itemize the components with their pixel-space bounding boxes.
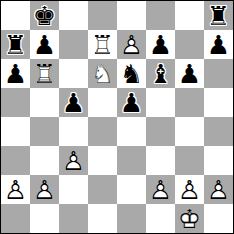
square-f2[interactable]: ♟♙ [146, 175, 175, 204]
square-e3[interactable] [117, 146, 146, 175]
piece-white-pawn: ♙ [146, 175, 175, 204]
square-a6[interactable]: ♟ [1, 59, 30, 88]
square-f7[interactable]: ♟ [146, 30, 175, 59]
piece-black-pawn: ♟ [59, 88, 88, 117]
square-g5[interactable] [175, 88, 204, 117]
piece-white-pawn: ♙ [59, 146, 88, 175]
piece-white-pawn: ♙ [1, 175, 30, 204]
piece-white-pawn-fill: ♟ [30, 175, 59, 204]
square-h8[interactable]: ♜ [204, 1, 233, 30]
square-e7[interactable]: ♟♙ [117, 30, 146, 59]
piece-black-pawn: ♟ [204, 30, 233, 59]
square-a8[interactable] [1, 1, 30, 30]
square-b3[interactable] [30, 146, 59, 175]
piece-white-pawn: ♙ [117, 30, 146, 59]
square-b2[interactable]: ♟♙ [30, 175, 59, 204]
square-c2[interactable] [59, 175, 88, 204]
piece-black-pawn: ♟ [1, 59, 30, 88]
square-g7[interactable] [175, 30, 204, 59]
square-b5[interactable] [30, 88, 59, 117]
square-a5[interactable] [1, 88, 30, 117]
piece-white-rook-fill: ♜ [88, 30, 117, 59]
square-c6[interactable] [59, 59, 88, 88]
square-d7[interactable]: ♜♖ [88, 30, 117, 59]
square-e1[interactable] [117, 204, 146, 233]
square-d1[interactable] [88, 204, 117, 233]
square-h4[interactable] [204, 117, 233, 146]
piece-white-rook-fill: ♜ [30, 59, 59, 88]
piece-black-bishop: ♝ [146, 59, 175, 88]
piece-white-pawn-fill: ♟ [59, 146, 88, 175]
square-d2[interactable] [88, 175, 117, 204]
piece-black-rook: ♜ [1, 30, 30, 59]
chess-board: ♚♜♜♟♜♖♟♙♟♟♟♜♖♞♘♞♝♟♟♟♟♙♟♙♟♙♟♙♟♙♟♙♚♔ [0, 0, 234, 234]
square-h1[interactable] [204, 204, 233, 233]
piece-white-king: ♔ [175, 204, 204, 233]
square-g4[interactable] [175, 117, 204, 146]
piece-white-pawn-fill: ♟ [1, 175, 30, 204]
square-a2[interactable]: ♟♙ [1, 175, 30, 204]
piece-black-rook: ♜ [204, 1, 233, 30]
piece-white-rook: ♖ [88, 30, 117, 59]
square-c1[interactable] [59, 204, 88, 233]
square-c4[interactable] [59, 117, 88, 146]
piece-black-pawn: ♟ [30, 30, 59, 59]
square-f6[interactable]: ♝ [146, 59, 175, 88]
square-c7[interactable] [59, 30, 88, 59]
square-f3[interactable] [146, 146, 175, 175]
square-d3[interactable] [88, 146, 117, 175]
piece-black-knight: ♞ [117, 59, 146, 88]
piece-black-pawn: ♟ [117, 88, 146, 117]
square-d8[interactable] [88, 1, 117, 30]
square-h7[interactable]: ♟ [204, 30, 233, 59]
square-c8[interactable] [59, 1, 88, 30]
square-c5[interactable]: ♟ [59, 88, 88, 117]
piece-black-pawn: ♟ [146, 30, 175, 59]
square-b8[interactable]: ♚ [30, 1, 59, 30]
square-g8[interactable] [175, 1, 204, 30]
square-f8[interactable] [146, 1, 175, 30]
piece-white-pawn: ♙ [204, 175, 233, 204]
square-b1[interactable] [30, 204, 59, 233]
piece-white-pawn-fill: ♟ [175, 175, 204, 204]
square-b6[interactable]: ♜♖ [30, 59, 59, 88]
square-d6[interactable]: ♞♘ [88, 59, 117, 88]
square-d4[interactable] [88, 117, 117, 146]
square-a3[interactable] [1, 146, 30, 175]
square-h2[interactable]: ♟♙ [204, 175, 233, 204]
piece-white-pawn-fill: ♟ [117, 30, 146, 59]
square-d5[interactable] [88, 88, 117, 117]
square-e8[interactable] [117, 1, 146, 30]
piece-black-king: ♚ [30, 1, 59, 30]
piece-white-pawn-fill: ♟ [146, 175, 175, 204]
square-g2[interactable]: ♟♙ [175, 175, 204, 204]
square-c3[interactable]: ♟♙ [59, 146, 88, 175]
square-e6[interactable]: ♞ [117, 59, 146, 88]
piece-white-knight-fill: ♞ [88, 59, 117, 88]
square-e4[interactable] [117, 117, 146, 146]
square-a1[interactable] [1, 204, 30, 233]
piece-black-pawn: ♟ [175, 59, 204, 88]
square-g6[interactable]: ♟ [175, 59, 204, 88]
square-e2[interactable] [117, 175, 146, 204]
square-a7[interactable]: ♜ [1, 30, 30, 59]
square-g3[interactable] [175, 146, 204, 175]
square-a4[interactable] [1, 117, 30, 146]
square-b7[interactable]: ♟ [30, 30, 59, 59]
square-g1[interactable]: ♚♔ [175, 204, 204, 233]
square-h5[interactable] [204, 88, 233, 117]
piece-white-knight: ♘ [88, 59, 117, 88]
square-f5[interactable] [146, 88, 175, 117]
square-h6[interactable] [204, 59, 233, 88]
square-h3[interactable] [204, 146, 233, 175]
square-f1[interactable] [146, 204, 175, 233]
square-e5[interactable]: ♟ [117, 88, 146, 117]
piece-white-king-fill: ♚ [175, 204, 204, 233]
piece-white-pawn-fill: ♟ [204, 175, 233, 204]
square-b4[interactable] [30, 117, 59, 146]
square-f4[interactable] [146, 117, 175, 146]
piece-white-pawn: ♙ [30, 175, 59, 204]
piece-white-rook: ♖ [30, 59, 59, 88]
piece-white-pawn: ♙ [175, 175, 204, 204]
